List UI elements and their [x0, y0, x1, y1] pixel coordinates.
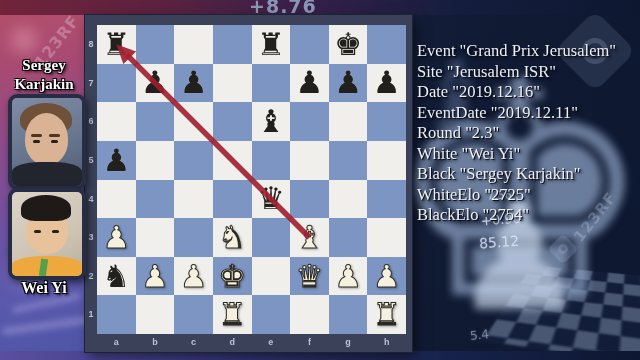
square-h7: ♟	[367, 64, 406, 103]
pgn-tag-panel: Event "Grand Prix Jerusalem"Site "Jerusa…	[417, 41, 640, 226]
pgn-tag-line: Date "2019.12.16"	[417, 82, 640, 103]
square-f5	[290, 141, 329, 180]
background-number: 85.12	[478, 233, 519, 252]
player-name-white: Wei Yi	[0, 278, 88, 297]
square-e3	[252, 218, 291, 257]
black-pawn: ♟	[180, 67, 208, 98]
square-b1	[136, 295, 175, 334]
white-knight: ♞	[218, 222, 246, 253]
square-f4	[290, 180, 329, 219]
square-g3	[329, 218, 368, 257]
white-bishop: ♝	[296, 222, 324, 253]
square-h8	[367, 25, 406, 64]
square-g7: ♟	[329, 64, 368, 103]
file-labels: abcdefgh	[97, 334, 406, 352]
black-pawn: ♟	[334, 67, 362, 98]
top-background-band	[0, 0, 640, 15]
file-label-b: b	[136, 337, 175, 347]
player-photo-wei-yi	[8, 188, 86, 280]
square-d8	[213, 25, 252, 64]
square-b2: ♟	[136, 257, 175, 296]
square-e6: ♝	[252, 102, 291, 141]
square-h4	[367, 180, 406, 219]
square-g4	[329, 180, 368, 219]
chess-board: 87654321 abcdefgh ♜♜♚♟♟♟♟♟♝♟♛♟♞♝♞♟♟♚♛♟♟♜…	[85, 15, 412, 352]
file-label-d: d	[213, 337, 252, 347]
background-number: 5.4	[469, 327, 489, 343]
square-f8	[290, 25, 329, 64]
square-h1: ♜	[367, 295, 406, 334]
black-knight: ♞	[102, 261, 130, 292]
square-g2: ♟	[329, 257, 368, 296]
white-rook: ♜	[218, 299, 246, 330]
square-b8	[136, 25, 175, 64]
square-c4	[174, 180, 213, 219]
file-label-g: g	[329, 337, 368, 347]
black-pawn: ♟	[296, 67, 324, 98]
square-b5	[136, 141, 175, 180]
square-g5	[329, 141, 368, 180]
square-a1	[97, 295, 136, 334]
black-queen: ♛	[257, 183, 285, 214]
photo-eye	[34, 230, 41, 233]
square-c8	[174, 25, 213, 64]
camera-lens-icon	[556, 242, 570, 256]
square-d6	[213, 102, 252, 141]
photo-face	[25, 113, 68, 165]
rank-label-3: 3	[85, 232, 97, 242]
rank-label-8: 8	[85, 39, 97, 49]
square-g6	[329, 102, 368, 141]
square-g8: ♚	[329, 25, 368, 64]
file-label-e: e	[252, 337, 291, 347]
square-h5	[367, 141, 406, 180]
square-a5: ♟	[97, 141, 136, 180]
square-b4	[136, 180, 175, 219]
square-e7	[252, 64, 291, 103]
square-c5	[174, 141, 213, 180]
square-d3: ♞	[213, 218, 252, 257]
square-a7	[97, 64, 136, 103]
white-pawn: ♟	[102, 222, 130, 253]
player-last-name: Karjakin	[0, 75, 88, 94]
square-e8: ♜	[252, 25, 291, 64]
player-first-name: Sergey	[0, 56, 88, 75]
square-f2: ♛	[290, 257, 329, 296]
white-pawn: ♟	[180, 261, 208, 292]
square-d5	[213, 141, 252, 180]
pgn-tag-line: Event "Grand Prix Jerusalem"	[417, 41, 640, 62]
file-label-h: h	[367, 337, 406, 347]
file-label-a: a	[97, 337, 136, 347]
black-rook: ♜	[102, 29, 130, 60]
player-photo-karjakin	[8, 94, 86, 190]
square-f3: ♝	[290, 218, 329, 257]
square-g1	[329, 295, 368, 334]
square-c1	[174, 295, 213, 334]
square-d4	[213, 180, 252, 219]
file-label-c: c	[174, 337, 213, 347]
black-pawn: ♟	[373, 67, 401, 98]
photo-eyebrow	[49, 134, 60, 137]
photo-eye	[33, 140, 40, 143]
photo-eye	[51, 140, 58, 143]
square-f7: ♟	[290, 64, 329, 103]
square-b3	[136, 218, 175, 257]
rank-label-6: 6	[85, 116, 97, 126]
white-queen: ♛	[296, 261, 324, 292]
square-e1	[252, 295, 291, 334]
white-king: ♚	[218, 261, 246, 292]
square-d2: ♚	[213, 257, 252, 296]
black-rook: ♜	[257, 29, 285, 60]
square-f6	[290, 102, 329, 141]
player-name-label: Wei Yi	[0, 278, 88, 297]
square-a2: ♞	[97, 257, 136, 296]
black-bishop: ♝	[257, 106, 285, 137]
square-a6	[97, 102, 136, 141]
rank-label-4: 4	[85, 194, 97, 204]
photo-eyebrow	[31, 134, 42, 137]
photo-shoulders	[12, 162, 82, 186]
rank-label-5: 5	[85, 155, 97, 165]
white-rook: ♜	[373, 299, 401, 330]
black-pawn: ♟	[102, 145, 130, 176]
square-h2: ♟	[367, 257, 406, 296]
square-b6	[136, 102, 175, 141]
square-f1	[290, 295, 329, 334]
pgn-tag-line: EventDate "2019.12.11"	[417, 103, 640, 124]
square-h3	[367, 218, 406, 257]
photo-eye	[52, 230, 59, 233]
square-a3: ♟	[97, 218, 136, 257]
player-name-black: Sergey Karjakin	[0, 56, 88, 94]
pgn-tag-line: Black "Sergey Karjakin"	[417, 164, 640, 185]
bottom-background-band	[0, 351, 640, 360]
pgn-tag-line: WhiteElo "2725"	[417, 185, 640, 206]
pgn-tag-line: White "Wei Yi"	[417, 144, 640, 165]
rank-label-1: 1	[85, 309, 97, 319]
square-c3	[174, 218, 213, 257]
photo-hair	[21, 195, 71, 221]
square-d1: ♜	[213, 295, 252, 334]
square-e5	[252, 141, 291, 180]
white-pawn: ♟	[334, 261, 362, 292]
white-pawn: ♟	[373, 261, 401, 292]
square-c2: ♟	[174, 257, 213, 296]
square-a8: ♜	[97, 25, 136, 64]
square-e2	[252, 257, 291, 296]
file-label-f: f	[290, 337, 329, 347]
pgn-tag-line: Round "2.3"	[417, 123, 640, 144]
square-b7: ♟	[136, 64, 175, 103]
square-e4: ♛	[252, 180, 291, 219]
board-squares: ♜♜♚♟♟♟♟♟♝♟♛♟♞♝♞♟♟♚♛♟♟♜♜	[97, 25, 406, 334]
black-pawn: ♟	[141, 67, 169, 98]
black-king: ♚	[334, 29, 362, 60]
video-frame: ♚ ♟ ♝ +8.76 7.56 +0.96 85.12 5.4 123RF 1…	[0, 0, 640, 360]
square-d7	[213, 64, 252, 103]
square-c6	[174, 102, 213, 141]
square-a4	[97, 180, 136, 219]
white-pawn: ♟	[141, 261, 169, 292]
pgn-tag-line: Site "Jerusalem ISR"	[417, 62, 640, 83]
pgn-tag-line: BlackElo "2754"	[417, 205, 640, 226]
square-c7: ♟	[174, 64, 213, 103]
square-h6	[367, 102, 406, 141]
